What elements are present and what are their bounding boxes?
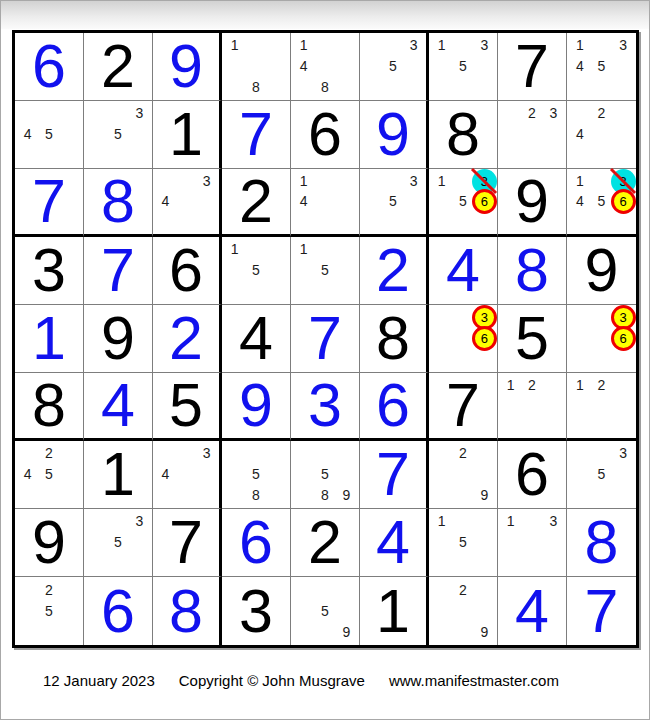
solved-digit: 1 <box>15 305 83 372</box>
cell-r3c9[interactable]: 14536 <box>567 169 636 237</box>
given-digit: 6 <box>498 441 566 508</box>
cell-r9c3[interactable]: 8 <box>153 577 222 645</box>
cell-r8c3[interactable]: 7 <box>153 509 222 577</box>
candidate-6-slot: 6 <box>474 191 495 211</box>
solved-digit: 4 <box>360 509 426 576</box>
footer-website: www.manifestmaster.com <box>389 672 559 689</box>
given-digit: 9 <box>498 169 566 234</box>
cell-r2c9[interactable]: 24 <box>567 101 636 169</box>
candidate-3: 3 <box>196 171 217 191</box>
given-digit: 5 <box>498 305 566 372</box>
candidate-3-slot: 3 <box>474 307 495 328</box>
candidate-5: 5 <box>383 56 404 77</box>
cell-r9c4[interactable]: 3 <box>222 577 291 645</box>
cell-r1c3[interactable]: 9 <box>153 33 222 101</box>
cell-r8c8[interactable]: 13 <box>498 509 567 577</box>
cell-r9c6[interactable]: 1 <box>360 577 429 645</box>
candidate-4: 4 <box>155 464 176 485</box>
given-digit: 8 <box>360 305 426 372</box>
candidate-6-slot: 6 <box>612 191 634 211</box>
cell-r7c9[interactable]: 35 <box>567 441 636 509</box>
footer-date: 12 January 2023 <box>43 672 155 689</box>
given-digit: 5 <box>153 373 219 438</box>
cell-r1c8[interactable]: 7 <box>498 33 567 101</box>
candidate-1: 1 <box>224 239 245 260</box>
candidate-1: 1 <box>569 375 591 395</box>
solved-digit: 3 <box>291 373 359 438</box>
candidate-9: 9 <box>474 485 495 506</box>
cell-r2c4[interactable]: 7 <box>222 101 291 169</box>
cell-r5c5[interactable]: 7 <box>291 305 360 373</box>
given-digit: 9 <box>15 509 83 576</box>
candidate-9: 9 <box>336 622 357 643</box>
cell-r6c2[interactable]: 4 <box>84 373 153 441</box>
cell-r9c9[interactable]: 7 <box>567 577 636 645</box>
cell-r5c2[interactable]: 9 <box>84 305 153 373</box>
candidate-5: 5 <box>245 464 266 485</box>
cell-r4c4[interactable]: 15 <box>222 237 291 305</box>
candidate-8: 8 <box>314 77 335 98</box>
solved-digit: 4 <box>429 237 497 304</box>
given-digit: 3 <box>222 577 290 645</box>
cell-r9c5[interactable]: 59 <box>291 577 360 645</box>
cell-r6c5[interactable]: 3 <box>291 373 360 441</box>
candidate-4: 4 <box>569 191 591 211</box>
given-digit: 4 <box>222 305 290 372</box>
cell-r4c5[interactable]: 15 <box>291 237 360 305</box>
cell-r2c1[interactable]: 45 <box>15 101 84 169</box>
candidate-5: 5 <box>245 260 266 281</box>
cell-r5c8[interactable]: 5 <box>498 305 567 373</box>
candidate-5: 5 <box>38 464 59 485</box>
cell-r3c3[interactable]: 34 <box>153 169 222 237</box>
cell-r3c2[interactable]: 8 <box>84 169 153 237</box>
solved-digit: 9 <box>222 373 290 438</box>
cell-r7c8[interactable]: 6 <box>498 441 567 509</box>
given-digit: 7 <box>429 373 497 438</box>
given-digit: 9 <box>567 237 636 304</box>
candidate-4: 4 <box>293 56 314 77</box>
candidate-9: 9 <box>474 622 495 643</box>
candidate-2: 2 <box>452 579 473 600</box>
cell-r1c7[interactable]: 135 <box>429 33 498 101</box>
cell-r6c8[interactable]: 12 <box>498 373 567 441</box>
candidate-5: 5 <box>383 191 404 211</box>
candidate-5: 5 <box>452 56 473 77</box>
candidate-5: 5 <box>38 600 59 621</box>
candidate-2: 2 <box>38 579 59 600</box>
candidate-1: 1 <box>431 511 452 532</box>
candidate-3: 3 <box>543 103 564 124</box>
given-digit: 7 <box>153 509 219 576</box>
solved-digit: 9 <box>360 101 426 168</box>
cell-r4c2[interactable]: 7 <box>84 237 153 305</box>
cell-r6c6[interactable]: 6 <box>360 373 429 441</box>
footer: 12 January 2023 Copyright © John Musgrav… <box>43 672 559 689</box>
candidate-9: 9 <box>336 485 357 506</box>
candidate-3: 3 <box>612 35 634 56</box>
cell-r1c2[interactable]: 2 <box>84 33 153 101</box>
candidate-4: 4 <box>17 124 38 145</box>
solved-digit: 7 <box>84 237 152 304</box>
solved-digit: 7 <box>291 305 359 372</box>
footer-copyright: Copyright © John Musgrave <box>179 672 365 689</box>
candidate-5: 5 <box>107 532 128 553</box>
highlighted-candidate-circle: 6 <box>611 189 636 214</box>
cell-r3c4[interactable]: 2 <box>222 169 291 237</box>
cell-r2c3[interactable]: 1 <box>153 101 222 169</box>
page: 6291814835135713454535176982324783421435… <box>0 0 650 720</box>
candidate-3: 3 <box>543 511 564 532</box>
candidate-5: 5 <box>314 600 335 621</box>
cell-r6c3[interactable]: 5 <box>153 373 222 441</box>
cell-r2c5[interactable]: 6 <box>291 101 360 169</box>
cell-r9c8[interactable]: 4 <box>498 577 567 645</box>
candidate-2: 2 <box>591 375 613 395</box>
cell-r4c1[interactable]: 3 <box>15 237 84 305</box>
cell-r7c3[interactable]: 34 <box>153 441 222 509</box>
candidate-3: 3 <box>129 511 150 532</box>
candidate-8: 8 <box>245 77 266 98</box>
given-digit: 2 <box>222 169 290 234</box>
cell-r9c2[interactable]: 6 <box>84 577 153 645</box>
cell-r9c7[interactable]: 29 <box>429 577 498 645</box>
candidate-3: 3 <box>612 443 634 464</box>
cell-r6c1[interactable]: 8 <box>15 373 84 441</box>
candidate-4: 4 <box>293 191 314 211</box>
cell-r2c6[interactable]: 9 <box>360 101 429 169</box>
cell-r7c4[interactable]: 58 <box>222 441 291 509</box>
solved-digit: 8 <box>84 169 152 234</box>
solved-digit: 2 <box>360 237 426 304</box>
cell-r3c5[interactable]: 14 <box>291 169 360 237</box>
given-digit: 7 <box>498 33 566 100</box>
cell-r3c7[interactable]: 1536 <box>429 169 498 237</box>
cell-r8c5[interactable]: 2 <box>291 509 360 577</box>
cell-r4c8[interactable]: 8 <box>498 237 567 305</box>
candidate-1: 1 <box>500 375 521 395</box>
candidate-2: 2 <box>521 375 542 395</box>
cell-r4c9[interactable]: 9 <box>567 237 636 305</box>
cell-r6c4[interactable]: 9 <box>222 373 291 441</box>
cell-r5c1[interactable]: 1 <box>15 305 84 373</box>
highlighted-candidate-circle: 6 <box>472 189 497 214</box>
solved-digit: 7 <box>15 169 83 234</box>
candidate-3: 3 <box>474 35 495 56</box>
candidate-1: 1 <box>224 35 245 56</box>
cell-r7c6[interactable]: 7 <box>360 441 429 509</box>
candidate-1: 1 <box>431 171 452 191</box>
candidate-4: 4 <box>155 191 176 211</box>
candidate-3: 3 <box>129 103 150 124</box>
candidate-1: 1 <box>569 171 591 191</box>
candidate-5: 5 <box>314 260 335 281</box>
cell-r1c4[interactable]: 18 <box>222 33 291 101</box>
header-gradient-bar <box>1 1 649 29</box>
cell-r7c5[interactable]: 589 <box>291 441 360 509</box>
given-digit: 1 <box>360 577 426 645</box>
solved-digit: 8 <box>153 577 219 645</box>
candidate-5: 5 <box>314 464 335 485</box>
solved-digit: 8 <box>498 237 566 304</box>
given-digit: 8 <box>429 101 497 168</box>
solved-digit: 6 <box>360 373 426 438</box>
sudoku-board: 6291814835135713454535176982324783421435… <box>12 30 639 648</box>
solved-digit: 7 <box>222 101 290 168</box>
given-digit: 2 <box>291 509 359 576</box>
cell-r3c1[interactable]: 7 <box>15 169 84 237</box>
cell-r6c9[interactable]: 12 <box>567 373 636 441</box>
cell-r3c8[interactable]: 9 <box>498 169 567 237</box>
candidate-4: 4 <box>569 124 591 145</box>
solved-digit: 8 <box>567 509 636 576</box>
candidate-5: 5 <box>452 532 473 553</box>
cell-r5c9[interactable]: 36 <box>567 305 636 373</box>
candidate-5: 5 <box>38 124 59 145</box>
candidate-8: 8 <box>314 485 335 506</box>
cell-r5c6[interactable]: 8 <box>360 305 429 373</box>
cell-r1c6[interactable]: 35 <box>360 33 429 101</box>
solved-digit: 7 <box>360 441 426 508</box>
cell-r3c6[interactable]: 35 <box>360 169 429 237</box>
cell-r8c9[interactable]: 8 <box>567 509 636 577</box>
candidate-5: 5 <box>107 124 128 145</box>
cell-r2c7[interactable]: 8 <box>429 101 498 169</box>
candidate-3: 3 <box>403 171 424 191</box>
cell-r5c3[interactable]: 2 <box>153 305 222 373</box>
cell-r8c2[interactable]: 35 <box>84 509 153 577</box>
cell-r9c1[interactable]: 25 <box>15 577 84 645</box>
cell-r8c1[interactable]: 9 <box>15 509 84 577</box>
solved-digit: 4 <box>498 577 566 645</box>
candidate-1: 1 <box>293 171 314 191</box>
solved-digit: 7 <box>567 577 636 645</box>
solved-digit: 6 <box>15 33 83 100</box>
cell-r2c2[interactable]: 35 <box>84 101 153 169</box>
given-digit: 6 <box>153 237 219 304</box>
candidate-3: 3 <box>403 35 424 56</box>
cell-r5c4[interactable]: 4 <box>222 305 291 373</box>
solved-digit: 2 <box>153 305 219 372</box>
cell-r7c1[interactable]: 245 <box>15 441 84 509</box>
cell-r8c7[interactable]: 15 <box>429 509 498 577</box>
candidate-1: 1 <box>569 35 591 56</box>
given-digit: 3 <box>15 237 83 304</box>
cell-r1c9[interactable]: 1345 <box>567 33 636 101</box>
candidate-5: 5 <box>591 191 613 211</box>
highlighted-candidate-circle: 6 <box>472 326 497 351</box>
candidate-2: 2 <box>591 103 613 124</box>
highlighted-candidate-circle: 6 <box>611 326 636 351</box>
candidate-8: 8 <box>245 485 266 506</box>
cell-r6c7[interactable]: 7 <box>429 373 498 441</box>
candidate-2: 2 <box>521 103 542 124</box>
candidate-2: 2 <box>452 443 473 464</box>
candidate-5: 5 <box>591 56 613 77</box>
cell-r1c1[interactable]: 6 <box>15 33 84 101</box>
candidate-6-slot: 6 <box>474 328 495 349</box>
candidate-5: 5 <box>452 191 473 211</box>
solved-digit: 6 <box>84 577 152 645</box>
candidate-1: 1 <box>293 35 314 56</box>
candidate-6-slot: 6 <box>612 328 634 349</box>
given-digit: 9 <box>84 305 152 372</box>
given-digit: 1 <box>84 441 152 508</box>
candidate-1: 1 <box>293 239 314 260</box>
candidate-5: 5 <box>591 464 613 485</box>
cell-r8c4[interactable]: 6 <box>222 509 291 577</box>
candidate-3-slot: 3 <box>612 307 634 328</box>
solved-digit: 6 <box>222 509 290 576</box>
cell-r8c6[interactable]: 4 <box>360 509 429 577</box>
candidate-2: 2 <box>38 443 59 464</box>
cell-r7c7[interactable]: 29 <box>429 441 498 509</box>
candidate-4: 4 <box>569 56 591 77</box>
solved-digit: 9 <box>153 33 219 100</box>
candidate-4: 4 <box>17 464 38 485</box>
cell-r2c8[interactable]: 23 <box>498 101 567 169</box>
given-digit: 1 <box>153 101 219 168</box>
candidate-1: 1 <box>500 511 521 532</box>
solved-digit: 4 <box>84 373 152 438</box>
cell-r4c7[interactable]: 4 <box>429 237 498 305</box>
given-digit: 2 <box>84 33 152 100</box>
candidate-3: 3 <box>196 443 217 464</box>
cell-r1c5[interactable]: 148 <box>291 33 360 101</box>
cell-r7c2[interactable]: 1 <box>84 441 153 509</box>
cell-r4c6[interactable]: 2 <box>360 237 429 305</box>
cell-r5c7[interactable]: 36 <box>429 305 498 373</box>
candidate-1: 1 <box>431 35 452 56</box>
given-digit: 8 <box>15 373 83 438</box>
given-digit: 6 <box>291 101 359 168</box>
cell-r4c3[interactable]: 6 <box>153 237 222 305</box>
